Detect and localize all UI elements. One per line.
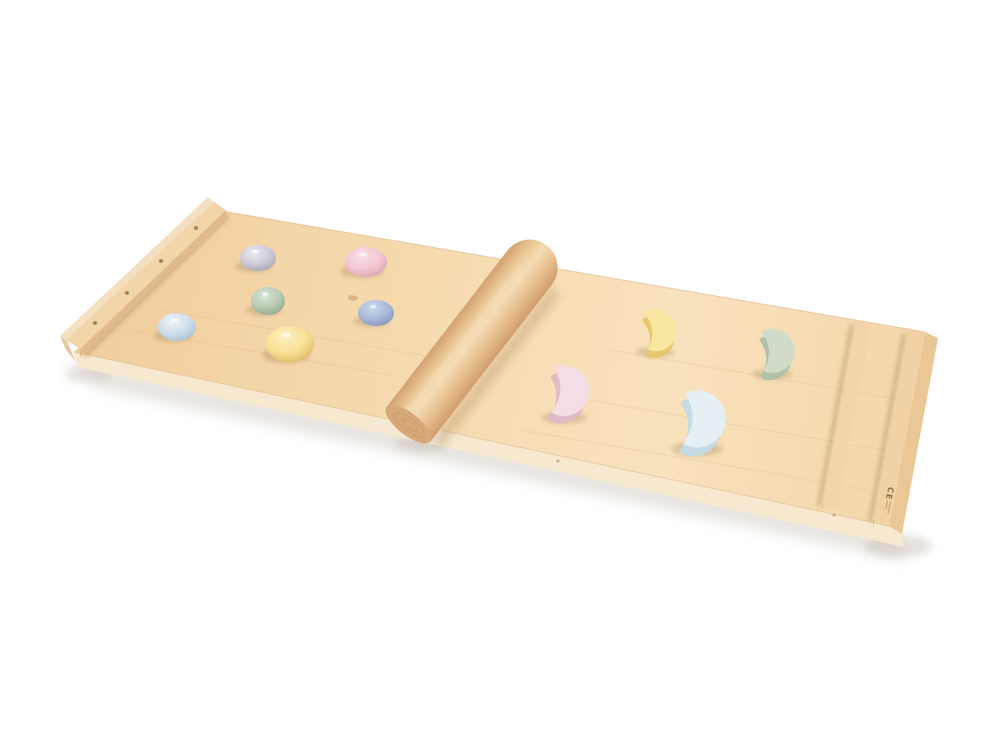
rail-screw-hole <box>125 291 129 295</box>
rail-screw-hole <box>159 259 163 263</box>
rail-screw-hole <box>194 226 198 230</box>
half-sphere-periwinkle-highlight <box>370 305 376 308</box>
half-sphere-sage-body <box>251 287 285 315</box>
half-sphere-pink-body <box>345 247 387 277</box>
balance-board-photo: CE <box>0 0 1000 750</box>
half-sphere-pink-highlight <box>359 253 367 257</box>
product-photo-canvas: CE <box>0 0 1000 750</box>
half-sphere-yellow-body <box>266 326 314 362</box>
half-sphere-lavender-grey-highlight <box>252 250 258 253</box>
front-screw-dot <box>556 459 559 462</box>
half-sphere-lavender-grey-body <box>240 245 276 271</box>
front-screw-dot <box>832 513 835 516</box>
half-sphere-pale-blue-highlight <box>171 318 178 322</box>
half-sphere-yellow-highlight <box>282 333 291 338</box>
rail-screw-hole <box>93 321 97 325</box>
half-sphere-pale-blue-body <box>158 313 196 341</box>
half-sphere-sage-highlight <box>262 292 268 296</box>
half-sphere-periwinkle-body <box>358 300 394 326</box>
